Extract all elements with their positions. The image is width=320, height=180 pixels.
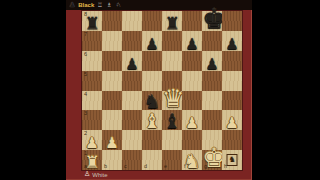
square-g7[interactable]: [202, 31, 222, 51]
square-d1[interactable]: d: [142, 150, 162, 170]
piece-white-rook-a1[interactable]: ♜: [82, 154, 102, 171]
square-a5[interactable]: 5: [82, 71, 102, 91]
square-b7[interactable]: [102, 31, 122, 51]
square-a3[interactable]: 3: [82, 110, 102, 130]
top-player-label: Black: [78, 2, 94, 8]
square-d3[interactable]: ♝: [142, 110, 162, 130]
square-g4[interactable]: [202, 91, 222, 111]
square-a4[interactable]: 4: [82, 91, 102, 111]
square-g8[interactable]: ♚: [202, 11, 222, 31]
file-label-b: b: [104, 164, 107, 170]
bottom-player-label: White: [92, 172, 107, 178]
square-f6[interactable]: [182, 51, 202, 71]
rank-label-6: 6: [84, 52, 87, 58]
square-f3[interactable]: ♟: [182, 110, 202, 130]
top-captured-pieces: ♖ ♗ ♘: [97, 2, 122, 8]
square-b3[interactable]: [102, 110, 122, 130]
square-c7[interactable]: [122, 31, 142, 51]
square-h5[interactable]: [222, 71, 242, 91]
square-h8[interactable]: [222, 11, 242, 31]
square-d5[interactable]: [142, 71, 162, 91]
square-h6[interactable]: [222, 51, 242, 71]
square-a2[interactable]: 2♟: [82, 130, 102, 150]
square-e8[interactable]: ♜: [162, 11, 182, 31]
square-b8[interactable]: [102, 11, 122, 31]
piece-white-king-g1[interactable]: ♚: [202, 144, 222, 171]
piece-black-rook-a8[interactable]: ♜: [82, 15, 102, 32]
white-player-icon: ♙: [84, 171, 90, 178]
rank-label-5: 5: [84, 72, 87, 78]
square-d2[interactable]: [142, 130, 162, 150]
piece-black-pawn-c6[interactable]: ♟: [122, 57, 142, 72]
square-g3[interactable]: [202, 110, 222, 130]
piece-white-pawn-f3[interactable]: ♟: [182, 116, 202, 131]
square-e6[interactable]: [162, 51, 182, 71]
piece-white-queen-e4[interactable]: ♛: [162, 86, 182, 111]
piece-white-pawn-a2[interactable]: ♟: [82, 136, 102, 151]
square-d7[interactable]: ♟: [142, 31, 162, 51]
corner-logo: ♞: [227, 154, 238, 166]
square-f4[interactable]: [182, 91, 202, 111]
square-b5[interactable]: [102, 71, 122, 91]
square-a8[interactable]: 8♜: [82, 11, 102, 31]
corner-logo-knight-icon: ♞: [228, 156, 235, 164]
square-g5[interactable]: [202, 71, 222, 91]
square-e7[interactable]: [162, 31, 182, 51]
rank-label-4: 4: [84, 92, 87, 98]
square-d4[interactable]: ♞: [142, 91, 162, 111]
square-c2[interactable]: [122, 130, 142, 150]
square-f1[interactable]: f♞: [182, 150, 202, 170]
square-f2[interactable]: [182, 130, 202, 150]
file-label-d: d: [144, 164, 147, 170]
piece-black-rook-e8[interactable]: ♜: [162, 15, 182, 32]
square-f8[interactable]: [182, 11, 202, 31]
black-player-icon: ♟: [69, 2, 75, 9]
square-f7[interactable]: ♟: [182, 31, 202, 51]
square-h7[interactable]: ♟: [222, 31, 242, 51]
file-label-e: e: [164, 164, 167, 170]
piece-black-pawn-d7[interactable]: ♟: [142, 37, 162, 52]
square-c6[interactable]: ♟: [122, 51, 142, 71]
square-b4[interactable]: [102, 91, 122, 111]
square-h3[interactable]: ♟: [222, 110, 242, 130]
square-f5[interactable]: [182, 71, 202, 91]
square-b2[interactable]: ♟: [102, 130, 122, 150]
square-a1[interactable]: 1a♜: [82, 150, 102, 170]
piece-black-pawn-h7[interactable]: ♟: [222, 37, 242, 52]
square-d8[interactable]: [142, 11, 162, 31]
square-c4[interactable]: [122, 91, 142, 111]
piece-black-king-g8[interactable]: ♚: [202, 5, 222, 32]
square-e2[interactable]: [162, 130, 182, 150]
rank-label-3: 3: [84, 111, 87, 117]
piece-white-pawn-h3[interactable]: ♟: [222, 116, 242, 131]
square-d6[interactable]: [142, 51, 162, 71]
board-panel: ♟ Black ♖ ♗ ♘ 8♜♜♚7♟♟♟6♟♟54♞♛3♝♝♟♟2♟♟1a♜…: [66, 0, 252, 180]
piece-white-bishop-d3[interactable]: ♝: [142, 111, 162, 131]
square-e1[interactable]: e: [162, 150, 182, 170]
piece-black-pawn-g6[interactable]: ♟: [202, 57, 222, 72]
square-a7[interactable]: 7: [82, 31, 102, 51]
square-e4[interactable]: ♛: [162, 91, 182, 111]
square-c8[interactable]: [122, 11, 142, 31]
square-b6[interactable]: [102, 51, 122, 71]
piece-white-knight-f1[interactable]: ♞: [182, 152, 202, 171]
piece-white-pawn-b2[interactable]: ♟: [102, 136, 122, 151]
square-a6[interactable]: 6: [82, 51, 102, 71]
square-g1[interactable]: g♚: [202, 150, 222, 170]
rank-label-7: 7: [84, 32, 87, 38]
square-h4[interactable]: [222, 91, 242, 111]
square-c5[interactable]: [122, 71, 142, 91]
square-e3[interactable]: ♝: [162, 110, 182, 130]
square-h1[interactable]: h♞: [222, 150, 242, 170]
piece-black-bishop-e3[interactable]: ♝: [162, 111, 182, 131]
chess-board: 8♜♜♚7♟♟♟6♟♟54♞♛3♝♝♟♟2♟♟1a♜bcdef♞g♚h♞: [82, 11, 242, 170]
square-c3[interactable]: [122, 110, 142, 130]
file-label-c: c: [124, 164, 127, 170]
square-b1[interactable]: b: [102, 150, 122, 170]
square-c1[interactable]: c: [122, 150, 142, 170]
piece-black-pawn-f7[interactable]: ♟: [182, 37, 202, 52]
square-g6[interactable]: ♟: [202, 51, 222, 71]
